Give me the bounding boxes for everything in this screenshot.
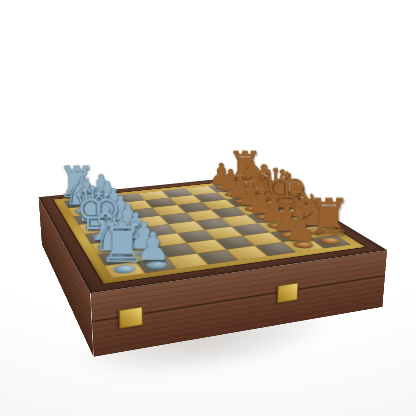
brass-latch-left bbox=[119, 306, 144, 329]
pawn-glyph: ♟ bbox=[263, 210, 338, 246]
rook-glyph: ♜ bbox=[80, 215, 161, 270]
brass-latch-right bbox=[277, 282, 299, 303]
product-photo-scene: ♜♞♝♛♚♝♞♜♟♟♟♟♟♟♟♟♟♟♟♟♟♟♟♟♜♞♝♛♚♝♞♜ bbox=[0, 0, 416, 416]
chess-case: ♜♞♝♛♚♝♞♜♟♟♟♟♟♟♟♟♟♟♟♟♟♟♟♟♜♞♝♛♚♝♞♜ bbox=[38, 175, 387, 293]
perspective-wrapper: ♜♞♝♛♚♝♞♜♟♟♟♟♟♟♟♟♟♟♟♟♟♟♟♟♜♞♝♛♚♝♞♜ bbox=[0, 0, 416, 416]
